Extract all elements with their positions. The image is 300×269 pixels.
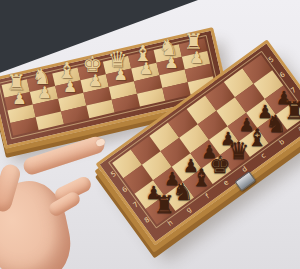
- chess-set-product-photo: ♜♞♝♚♛♝♞♜♟♟♟♟♟♟♟♟ 5678 5678 hgfedcba ♟♟♟♟…: [0, 0, 300, 269]
- piece-white-pawn-g2: ♟: [38, 85, 52, 101]
- piece-white-pawn-a2: ♟: [190, 50, 204, 66]
- hand: [0, 138, 165, 269]
- piece-black-rook-a8: ♜: [283, 99, 300, 123]
- piece-white-pawn-c2: ♟: [139, 61, 153, 77]
- index-finger: [21, 134, 106, 176]
- piece-white-pawn-e2: ♟: [88, 73, 102, 89]
- piece-white-pawn-b2: ♟: [164, 55, 178, 71]
- piece-white-pawn-h2: ♟: [12, 91, 26, 107]
- piece-white-pawn-d2: ♟: [114, 67, 128, 83]
- piece-white-pawn-f2: ♟: [63, 79, 77, 95]
